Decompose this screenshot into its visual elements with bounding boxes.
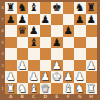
square-b6[interactable]: ♛ bbox=[17, 25, 29, 37]
square-a4[interactable] bbox=[5, 48, 17, 60]
square-a2[interactable]: ♟ bbox=[5, 71, 17, 83]
square-e2[interactable]: ♚ bbox=[51, 71, 63, 83]
white-pawn-f2[interactable]: ♟ bbox=[64, 71, 73, 83]
square-f1[interactable]: ♝ bbox=[63, 83, 75, 95]
white-pawn-e3[interactable]: ♟ bbox=[52, 60, 61, 72]
black-pawn-b7[interactable]: ♟ bbox=[18, 14, 27, 26]
white-bishop-c1[interactable]: ♝ bbox=[29, 83, 38, 95]
black-pawn-h7[interactable]: ♟ bbox=[87, 14, 96, 26]
black-knight-b8[interactable]: ♞ bbox=[18, 2, 27, 14]
white-rook-a1[interactable]: ♜ bbox=[6, 83, 15, 95]
square-f7[interactable] bbox=[63, 14, 75, 26]
square-a8[interactable]: ♜ bbox=[5, 2, 17, 14]
file-label-a: A bbox=[5, 94, 17, 100]
square-f8[interactable] bbox=[63, 2, 75, 14]
square-b1[interactable]: ♞ bbox=[17, 83, 29, 95]
white-rook-h1[interactable]: ♜ bbox=[87, 83, 96, 95]
square-e8[interactable]: ♚ bbox=[51, 2, 63, 14]
white-knight-b1[interactable]: ♞ bbox=[18, 83, 27, 95]
square-d3[interactable] bbox=[40, 60, 52, 72]
file-label-h: H bbox=[86, 94, 98, 100]
square-f5[interactable] bbox=[63, 37, 75, 49]
black-pawn-f6[interactable]: ♟ bbox=[64, 25, 73, 37]
square-c1[interactable]: ♝ bbox=[28, 83, 40, 95]
square-d5[interactable] bbox=[40, 37, 52, 49]
square-c6[interactable]: ♟ bbox=[28, 25, 40, 37]
square-h4[interactable] bbox=[86, 48, 98, 60]
square-c5[interactable]: ♝ bbox=[28, 37, 40, 49]
black-queen-b6[interactable]: ♛ bbox=[18, 25, 27, 37]
square-h1[interactable]: ♜ bbox=[86, 83, 98, 95]
file-labels: ABCDEFGH bbox=[5, 94, 97, 100]
white-pawn-g2[interactable]: ♟ bbox=[75, 71, 84, 83]
square-b3[interactable]: ♟ bbox=[17, 60, 29, 72]
square-g5[interactable] bbox=[74, 37, 86, 49]
square-c2[interactable]: ♟ bbox=[28, 71, 40, 83]
black-king-e8[interactable]: ♚ bbox=[52, 2, 61, 14]
square-a6[interactable] bbox=[5, 25, 17, 37]
chess-board: ♜♞♝♚♞♜♟♟♟♟♟♛♟♟♝♟♟♟♟♟♟♟♚♟♟♜♞♝♛♝♞♜ bbox=[5, 2, 97, 94]
square-d8[interactable] bbox=[40, 2, 52, 14]
white-pawn-b3[interactable]: ♟ bbox=[18, 60, 27, 72]
file-label-b: B bbox=[17, 94, 29, 100]
square-d2[interactable]: ♟ bbox=[40, 71, 52, 83]
square-f6[interactable]: ♟ bbox=[63, 25, 75, 37]
square-g2[interactable]: ♟ bbox=[74, 71, 86, 83]
black-rook-a8[interactable]: ♜ bbox=[6, 2, 15, 14]
square-b7[interactable]: ♟ bbox=[17, 14, 29, 26]
square-g3[interactable] bbox=[74, 60, 86, 72]
square-h2[interactable] bbox=[86, 71, 98, 83]
square-d7[interactable]: ♟ bbox=[40, 14, 52, 26]
square-e1[interactable] bbox=[51, 83, 63, 95]
black-pawn-g7[interactable]: ♟ bbox=[75, 14, 84, 26]
white-pawn-c2[interactable]: ♟ bbox=[29, 71, 38, 83]
square-a1[interactable]: ♜ bbox=[5, 83, 17, 95]
black-bishop-c8[interactable]: ♝ bbox=[29, 2, 38, 14]
square-h3[interactable]: ♟ bbox=[86, 60, 98, 72]
black-pawn-e5[interactable]: ♟ bbox=[52, 37, 61, 49]
black-pawn-c6[interactable]: ♟ bbox=[29, 25, 38, 37]
square-f3[interactable] bbox=[63, 60, 75, 72]
square-b2[interactable] bbox=[17, 71, 29, 83]
white-pawn-a2[interactable]: ♟ bbox=[6, 71, 15, 83]
black-rook-h8[interactable]: ♜ bbox=[87, 2, 96, 14]
square-a3[interactable] bbox=[5, 60, 17, 72]
square-c7[interactable] bbox=[28, 14, 40, 26]
square-g4[interactable] bbox=[74, 48, 86, 60]
white-queen-d1[interactable]: ♛ bbox=[41, 83, 50, 95]
file-label-d: D bbox=[40, 94, 52, 100]
white-pawn-h3[interactable]: ♟ bbox=[87, 60, 96, 72]
square-h7[interactable]: ♟ bbox=[86, 14, 98, 26]
square-g8[interactable]: ♞ bbox=[74, 2, 86, 14]
square-e6[interactable] bbox=[51, 25, 63, 37]
square-g1[interactable]: ♞ bbox=[74, 83, 86, 95]
square-f2[interactable]: ♟ bbox=[63, 71, 75, 83]
square-g7[interactable]: ♟ bbox=[74, 14, 86, 26]
square-a5[interactable] bbox=[5, 37, 17, 49]
square-b4[interactable] bbox=[17, 48, 29, 60]
black-knight-g8[interactable]: ♞ bbox=[75, 2, 84, 14]
file-label-f: F bbox=[63, 94, 75, 100]
square-g6[interactable] bbox=[74, 25, 86, 37]
chess-board-frame: 87654321 ♜♞♝♚♞♜♟♟♟♟♟♛♟♟♝♟♟♟♟♟♟♟♚♟♟♜♞♝♛♝♞… bbox=[0, 0, 100, 100]
black-pawn-d7[interactable]: ♟ bbox=[41, 14, 50, 26]
square-d1[interactable]: ♛ bbox=[40, 83, 52, 95]
black-bishop-c5[interactable]: ♝ bbox=[29, 37, 38, 49]
square-c8[interactable]: ♝ bbox=[28, 2, 40, 14]
square-e3[interactable]: ♟ bbox=[51, 60, 63, 72]
white-king-e2[interactable]: ♚ bbox=[52, 71, 61, 83]
square-a7[interactable]: ♟ bbox=[5, 14, 17, 26]
square-b8[interactable]: ♞ bbox=[17, 2, 29, 14]
file-label-g: G bbox=[74, 94, 86, 100]
square-h8[interactable]: ♜ bbox=[86, 2, 98, 14]
file-label-e: E bbox=[51, 94, 63, 100]
square-h5[interactable] bbox=[86, 37, 98, 49]
square-e5[interactable]: ♟ bbox=[51, 37, 63, 49]
square-e4[interactable] bbox=[51, 48, 63, 60]
file-label-c: C bbox=[28, 94, 40, 100]
white-knight-g1[interactable]: ♞ bbox=[75, 83, 84, 95]
square-h6[interactable] bbox=[86, 25, 98, 37]
square-e7[interactable] bbox=[51, 14, 63, 26]
square-c4[interactable] bbox=[28, 48, 40, 60]
square-f4[interactable] bbox=[63, 48, 75, 60]
square-c3[interactable] bbox=[28, 60, 40, 72]
square-d6[interactable] bbox=[40, 25, 52, 37]
white-bishop-f1[interactable]: ♝ bbox=[64, 83, 73, 95]
white-pawn-d2[interactable]: ♟ bbox=[41, 71, 50, 83]
square-b5[interactable] bbox=[17, 37, 29, 49]
square-d4[interactable] bbox=[40, 48, 52, 60]
black-pawn-a7[interactable]: ♟ bbox=[6, 14, 15, 26]
